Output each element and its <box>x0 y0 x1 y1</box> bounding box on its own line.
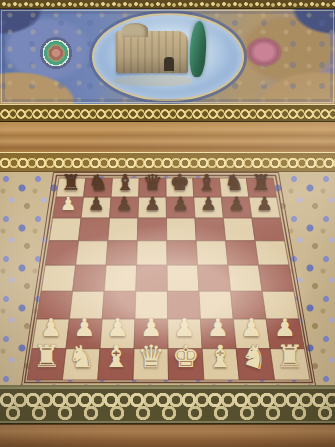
board-gold-fretwork-band <box>0 152 335 172</box>
piece-white-knight-b1[interactable]: ♞ <box>68 341 96 372</box>
piece-white-pawn-b2[interactable]: ♟ <box>73 316 95 341</box>
piece-black-pawn-d7[interactable]: ♟ <box>144 195 160 213</box>
piece-white-pawn-d2[interactable]: ♟ <box>140 316 162 341</box>
piece-black-bishop-f8[interactable]: ♝ <box>197 172 217 194</box>
piece-black-pawn-h7[interactable]: ♟ <box>256 195 272 213</box>
piece-white-pawn-f2[interactable]: ♟ <box>207 316 229 341</box>
piece-black-knight-b8[interactable]: ♞ <box>88 172 108 194</box>
piece-white-pawn-a2[interactable]: ♟ <box>40 316 62 341</box>
piece-black-pawn-f7[interactable]: ♟ <box>200 195 216 213</box>
piece-white-pawn-c2[interactable]: ♟ <box>107 316 129 341</box>
piece-white-rook-a1[interactable]: ♜ <box>33 341 61 372</box>
lid-frame-line <box>1 10 334 103</box>
piece-white-pawn-e2[interactable]: ♟ <box>174 316 196 341</box>
piece-white-bishop-f1[interactable]: ♝ <box>207 341 235 372</box>
piece-black-pawn-a7[interactable]: ♟ <box>60 195 76 213</box>
piece-black-rook-a8[interactable]: ♜ <box>61 172 81 194</box>
board-area: ♜♞♝♛♚♝♞♜♟♟♟♟♟♟♟♟♟♟♟♟♟♟♟♟♜♞♝♛♚♝♞♜ <box>0 172 335 385</box>
piece-black-pawn-g7[interactable]: ♟ <box>228 195 244 213</box>
front-wood-rail <box>0 424 335 447</box>
piece-black-pawn-e7[interactable]: ♟ <box>172 195 188 213</box>
piece-black-rook-h8[interactable]: ♜ <box>251 172 271 194</box>
chess-set-photo: ♜♞♝♛♚♝♞♜♟♟♟♟♟♟♟♟♟♟♟♟♟♟♟♟♜♞♝♛♚♝♞♜ <box>0 0 335 447</box>
piece-black-pawn-c7[interactable]: ♟ <box>116 195 132 213</box>
hinge-wood-bar <box>0 122 335 152</box>
piece-white-bishop-c1[interactable]: ♝ <box>102 341 130 372</box>
bottom-knot-band <box>0 385 335 424</box>
lid-gold-knot-band <box>0 104 335 122</box>
piece-black-knight-g8[interactable]: ♞ <box>224 172 244 194</box>
piece-black-queen-d8[interactable]: ♛ <box>143 172 163 194</box>
piece-white-pawn-h2[interactable]: ♟ <box>274 316 296 341</box>
lid-painting <box>0 9 335 104</box>
piece-white-knight-g1[interactable]: ♞ <box>237 338 273 376</box>
lid-top-fretwork-band <box>0 0 335 9</box>
piece-white-queen-d1[interactable]: ♛ <box>137 341 165 372</box>
piece-black-pawn-b7[interactable]: ♟ <box>88 195 104 213</box>
piece-black-bishop-c8[interactable]: ♝ <box>116 172 136 194</box>
pieces-layer: ♜♞♝♛♚♝♞♜♟♟♟♟♟♟♟♟♟♟♟♟♟♟♟♟♜♞♝♛♚♝♞♜ <box>0 172 335 385</box>
piece-black-king-e8[interactable]: ♚ <box>170 172 190 194</box>
piece-white-rook-h1[interactable]: ♜ <box>276 341 304 372</box>
piece-white-king-e1[interactable]: ♚ <box>172 341 200 372</box>
